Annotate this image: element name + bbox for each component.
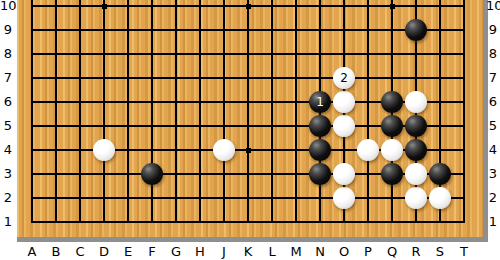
grid-line bbox=[151, 0, 153, 223]
row-label-right: 3 bbox=[486, 166, 500, 182]
grid-line bbox=[31, 53, 465, 55]
column-label: B bbox=[44, 244, 68, 260]
go-board[interactable]: 12 bbox=[17, 0, 488, 242]
row-label-left: 4 bbox=[0, 142, 16, 158]
stone-white-O3[interactable] bbox=[333, 163, 355, 185]
row-label-left: 3 bbox=[0, 166, 16, 182]
stone-white-O2[interactable] bbox=[333, 187, 355, 209]
column-label: Q bbox=[380, 244, 404, 260]
stone-white-Q4[interactable] bbox=[381, 139, 403, 161]
stone-white-O6[interactable] bbox=[333, 91, 355, 113]
row-label-right: 6 bbox=[486, 94, 500, 110]
row-label-right: 8 bbox=[486, 46, 500, 62]
grid-line bbox=[295, 0, 297, 223]
grid-line bbox=[247, 0, 249, 223]
stone-black-Q3[interactable] bbox=[381, 163, 403, 185]
grid-line bbox=[31, 197, 465, 199]
column-label: J bbox=[212, 244, 236, 260]
column-label: G bbox=[164, 244, 188, 260]
stone-white-O7[interactable]: 2 bbox=[333, 67, 355, 89]
stone-white-S2[interactable] bbox=[429, 187, 451, 209]
stone-white-P4[interactable] bbox=[357, 139, 379, 161]
column-label: D bbox=[92, 244, 116, 260]
row-label-left: 6 bbox=[0, 94, 16, 110]
star-point bbox=[390, 4, 395, 9]
grid-line bbox=[367, 0, 369, 223]
column-label: M bbox=[284, 244, 308, 260]
grid-line bbox=[31, 77, 465, 79]
row-label-right: 5 bbox=[486, 118, 500, 134]
column-label: R bbox=[404, 244, 428, 260]
star-point bbox=[246, 148, 251, 153]
stone-black-Q5[interactable] bbox=[381, 115, 403, 137]
stone-white-D4[interactable] bbox=[93, 139, 115, 161]
column-label: T bbox=[452, 244, 476, 260]
column-label: E bbox=[116, 244, 140, 260]
row-label-left: 10 bbox=[0, 0, 16, 14]
grid-line bbox=[199, 0, 201, 223]
column-label: A bbox=[20, 244, 44, 260]
column-label: P bbox=[356, 244, 380, 260]
move-number: 2 bbox=[333, 67, 355, 89]
grid-line bbox=[127, 0, 129, 223]
grid-line bbox=[271, 0, 273, 223]
row-label-right: 9 bbox=[486, 22, 500, 38]
row-label-right: 1 bbox=[486, 214, 500, 230]
stone-black-N4[interactable] bbox=[309, 139, 331, 161]
column-label: S bbox=[428, 244, 452, 260]
grid-line bbox=[463, 0, 465, 223]
star-point bbox=[246, 4, 251, 9]
row-label-right: 2 bbox=[486, 190, 500, 206]
stone-black-N3[interactable] bbox=[309, 163, 331, 185]
grid-line bbox=[79, 0, 81, 223]
column-label: C bbox=[68, 244, 92, 260]
stone-black-N6[interactable]: 1 bbox=[309, 91, 331, 113]
stone-white-R3[interactable] bbox=[405, 163, 427, 185]
column-label: K bbox=[236, 244, 260, 260]
stone-black-R9[interactable] bbox=[405, 19, 427, 41]
row-label-left: 7 bbox=[0, 70, 16, 86]
stone-white-J4[interactable] bbox=[213, 139, 235, 161]
row-label-left: 1 bbox=[0, 214, 16, 230]
row-label-left: 5 bbox=[0, 118, 16, 134]
row-label-right: 4 bbox=[486, 142, 500, 158]
stone-black-Q6[interactable] bbox=[381, 91, 403, 113]
stone-black-R5[interactable] bbox=[405, 115, 427, 137]
page: 12 10987654321 10987654321 ABCDEFGHJKLMN… bbox=[0, 0, 500, 260]
column-label: F bbox=[140, 244, 164, 260]
stone-white-R6[interactable] bbox=[405, 91, 427, 113]
stone-black-S3[interactable] bbox=[429, 163, 451, 185]
move-number: 1 bbox=[309, 91, 331, 113]
stone-black-N5[interactable] bbox=[309, 115, 331, 137]
grid-line bbox=[31, 29, 465, 31]
row-label-left: 8 bbox=[0, 46, 16, 62]
column-label: L bbox=[260, 244, 284, 260]
column-label: N bbox=[308, 244, 332, 260]
stone-black-F3[interactable] bbox=[141, 163, 163, 185]
row-label-left: 2 bbox=[0, 190, 16, 206]
stone-black-R4[interactable] bbox=[405, 139, 427, 161]
grid-line bbox=[55, 0, 57, 223]
grid-line bbox=[223, 0, 225, 223]
row-label-right: 10 bbox=[486, 0, 500, 14]
row-label-right: 7 bbox=[486, 70, 500, 86]
row-label-left: 9 bbox=[0, 22, 16, 38]
column-label: H bbox=[188, 244, 212, 260]
stone-white-R2[interactable] bbox=[405, 187, 427, 209]
grid-line bbox=[103, 0, 105, 223]
star-point bbox=[102, 4, 107, 9]
grid-line bbox=[31, 0, 33, 223]
column-label: O bbox=[332, 244, 356, 260]
grid-line bbox=[31, 221, 465, 223]
grid-line bbox=[175, 0, 177, 223]
stone-white-O5[interactable] bbox=[333, 115, 355, 137]
